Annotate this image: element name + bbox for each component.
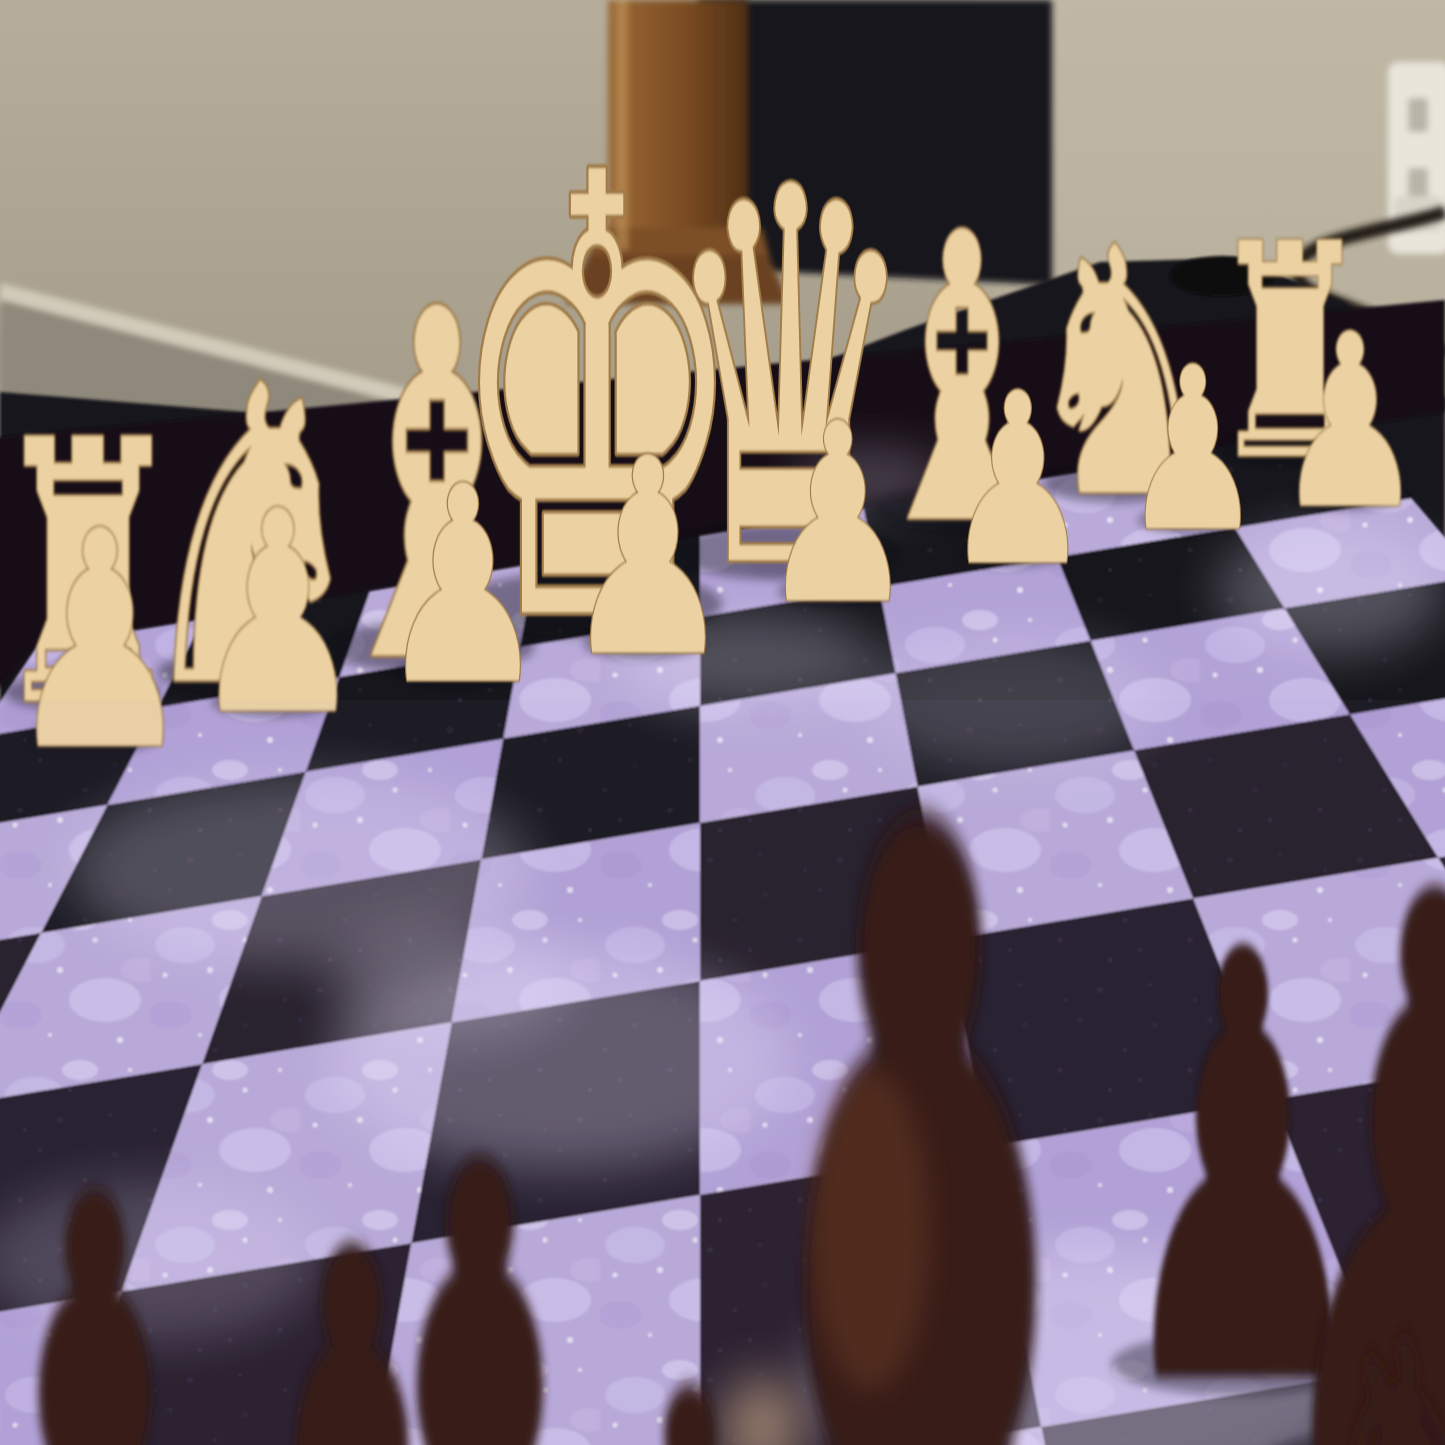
piece-white-pawn-f2[interactable]: ♟ bbox=[378, 429, 548, 744]
chess-set-photo: chess ♜♞♟♝♟♛♟♟♚♟♝♞♟♜♟♟♟♟♞♟♟♟♟♟ bbox=[0, 0, 1445, 1445]
piece-white-pawn-a2[interactable]: ♟ bbox=[1275, 283, 1425, 562]
white-pawn-glyph: ♟ bbox=[378, 429, 548, 744]
ambient-tint bbox=[0, 700, 1445, 1445]
scene: ♜♞♟♝♟♛♟♟♚♟♝♞♟♜♟♟♟♟♞♟♟♟♟♟ bbox=[0, 0, 1445, 1445]
white-pawn-glyph: ♟ bbox=[1275, 283, 1425, 562]
